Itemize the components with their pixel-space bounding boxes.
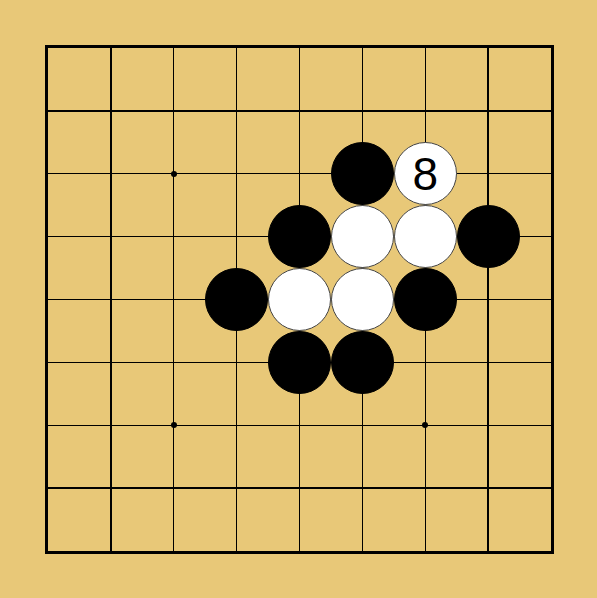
black-stone bbox=[331, 142, 394, 205]
black-stone bbox=[331, 331, 394, 394]
grid-line-horizontal bbox=[48, 425, 551, 426]
grid-line-horizontal bbox=[48, 487, 551, 488]
go-board-diagram: 8 bbox=[0, 0, 597, 598]
black-stone bbox=[457, 205, 520, 268]
white-stone bbox=[268, 268, 331, 331]
white-stone bbox=[331, 205, 394, 268]
black-stone bbox=[268, 331, 331, 394]
black-stone bbox=[268, 205, 331, 268]
white-stone: 8 bbox=[394, 142, 457, 205]
star-point bbox=[171, 171, 177, 177]
white-stone bbox=[331, 268, 394, 331]
black-stone bbox=[394, 268, 457, 331]
move-number-label: 8 bbox=[412, 151, 438, 197]
grid-line-vertical bbox=[487, 48, 488, 551]
star-point bbox=[171, 422, 177, 428]
white-stone bbox=[394, 205, 457, 268]
black-stone bbox=[205, 268, 268, 331]
